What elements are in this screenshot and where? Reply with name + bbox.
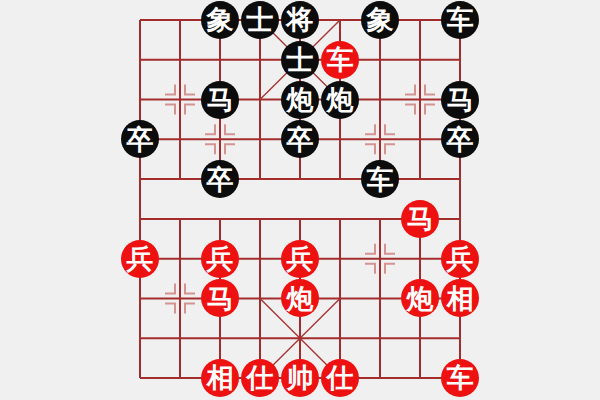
piece-red-soldier[interactable]: 兵 bbox=[121, 240, 159, 278]
piece-black-advisor[interactable]: 士 bbox=[281, 41, 319, 79]
piece-black-elephant[interactable]: 象 bbox=[201, 1, 239, 39]
piece-black-cannon[interactable]: 炮 bbox=[321, 81, 359, 119]
piece-red-horse[interactable]: 马 bbox=[401, 200, 439, 238]
piece-black-soldier[interactable]: 卒 bbox=[121, 120, 159, 158]
piece-red-advisor[interactable]: 仕 bbox=[321, 359, 359, 397]
piece-red-chariot[interactable]: 车 bbox=[321, 41, 359, 79]
piece-black-cannon[interactable]: 炮 bbox=[281, 81, 319, 119]
piece-black-soldier[interactable]: 卒 bbox=[441, 120, 479, 158]
xiangqi-board[interactable]: 象士将象车士车马炮炮马卒卒卒卒车马兵兵兵兵马炮炮相相仕帅仕车 bbox=[0, 0, 600, 400]
piece-black-horse[interactable]: 马 bbox=[201, 81, 239, 119]
piece-red-soldier[interactable]: 兵 bbox=[201, 240, 239, 278]
piece-black-soldier[interactable]: 卒 bbox=[201, 160, 239, 198]
piece-black-soldier[interactable]: 卒 bbox=[281, 120, 319, 158]
piece-red-soldier[interactable]: 兵 bbox=[441, 240, 479, 278]
piece-red-elephant[interactable]: 相 bbox=[441, 279, 479, 317]
piece-red-elephant[interactable]: 相 bbox=[201, 359, 239, 397]
piece-black-elephant[interactable]: 象 bbox=[361, 1, 399, 39]
piece-black-chariot[interactable]: 车 bbox=[441, 1, 479, 39]
piece-black-general[interactable]: 将 bbox=[281, 1, 319, 39]
piece-black-chariot[interactable]: 车 bbox=[361, 160, 399, 198]
piece-red-cannon[interactable]: 炮 bbox=[401, 279, 439, 317]
piece-black-horse[interactable]: 马 bbox=[441, 81, 479, 119]
piece-red-soldier[interactable]: 兵 bbox=[281, 240, 319, 278]
piece-red-chariot[interactable]: 车 bbox=[441, 359, 479, 397]
piece-black-advisor[interactable]: 士 bbox=[241, 1, 279, 39]
piece-red-cannon[interactable]: 炮 bbox=[281, 279, 319, 317]
piece-red-general[interactable]: 帅 bbox=[281, 359, 319, 397]
piece-red-horse[interactable]: 马 bbox=[201, 279, 239, 317]
piece-red-advisor[interactable]: 仕 bbox=[241, 359, 279, 397]
pieces-layer: 象士将象车士车马炮炮马卒卒卒卒车马兵兵兵兵马炮炮相相仕帅仕车 bbox=[120, 0, 480, 398]
